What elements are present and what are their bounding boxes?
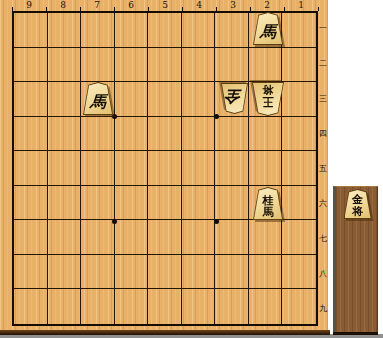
board-square[interactable]	[182, 151, 216, 186]
row-label: 四	[318, 116, 328, 151]
board-square[interactable]	[182, 82, 216, 117]
board-square[interactable]	[249, 255, 283, 290]
board-square[interactable]	[48, 13, 82, 48]
board-square[interactable]	[115, 289, 149, 324]
row-label: 二	[318, 46, 328, 81]
board-square[interactable]	[215, 255, 249, 290]
column-label: 6	[114, 0, 148, 10]
hoshi-dot	[214, 114, 219, 119]
board-square[interactable]	[182, 220, 216, 255]
row-label: 五	[318, 151, 328, 186]
shogi-board: 987654321一二三四五六七八九	[0, 0, 328, 330]
board-square[interactable]	[182, 48, 216, 83]
board-square[interactable]	[282, 289, 316, 324]
board-square[interactable]	[249, 48, 283, 83]
column-label: 1	[284, 0, 318, 10]
board-square[interactable]	[14, 186, 48, 221]
column-tick	[284, 7, 285, 11]
board-square[interactable]	[148, 255, 182, 290]
board-square[interactable]	[148, 48, 182, 83]
board-square[interactable]	[48, 117, 82, 152]
board-square[interactable]	[215, 151, 249, 186]
board-grid	[12, 11, 318, 326]
komadai-shadow	[333, 332, 378, 335]
board-square[interactable]	[282, 117, 316, 152]
board-square[interactable]	[81, 48, 115, 83]
board-square[interactable]	[282, 255, 316, 290]
row-label: 三	[318, 81, 328, 116]
board-square[interactable]	[249, 220, 283, 255]
board-square[interactable]	[14, 151, 48, 186]
shogi-piece-gold[interactable]: 金将	[344, 189, 372, 219]
board-square[interactable]	[282, 48, 316, 83]
shogi-piece-king[interactable]: 王将	[252, 82, 284, 116]
board-square[interactable]	[215, 117, 249, 152]
board-square[interactable]	[81, 13, 115, 48]
board-square[interactable]	[115, 82, 149, 117]
board-square[interactable]	[14, 82, 48, 117]
board-square[interactable]	[81, 289, 115, 324]
board-square[interactable]	[81, 255, 115, 290]
board-square[interactable]	[182, 255, 216, 290]
piece-kanji: 将	[263, 83, 274, 95]
column-label: 4	[182, 0, 216, 10]
board-square[interactable]	[48, 186, 82, 221]
board-square[interactable]	[115, 117, 149, 152]
shogi-piece-promoted-silver[interactable]: 全	[221, 83, 248, 114]
board-square[interactable]	[215, 289, 249, 324]
column-tick	[182, 7, 183, 11]
hoshi-dot	[112, 219, 117, 224]
board-square[interactable]	[215, 220, 249, 255]
board-square[interactable]	[48, 48, 82, 83]
board-square[interactable]	[249, 151, 283, 186]
column-tick	[216, 7, 217, 11]
piece-kanji: 馬	[263, 208, 274, 220]
board-square[interactable]	[81, 220, 115, 255]
board-shadow	[0, 330, 330, 335]
column-label: 2	[250, 0, 284, 10]
board-square[interactable]	[182, 186, 216, 221]
column-tick	[148, 7, 149, 11]
board-square[interactable]	[14, 255, 48, 290]
row-label: 七	[318, 221, 328, 256]
shogi-piece-horse-promoted-bishop[interactable]: 馬	[253, 12, 283, 45]
board-square[interactable]	[282, 151, 316, 186]
board-square[interactable]	[48, 220, 82, 255]
column-label: 3	[216, 0, 250, 10]
board-square[interactable]	[148, 151, 182, 186]
column-label: 9	[12, 0, 46, 10]
board-square[interactable]	[115, 220, 149, 255]
board-square[interactable]	[148, 82, 182, 117]
board-square[interactable]	[48, 255, 82, 290]
board-square[interactable]	[148, 220, 182, 255]
board-square[interactable]	[282, 82, 316, 117]
row-label: 六	[318, 186, 328, 221]
piece-kanji: 馬	[89, 93, 106, 114]
board-square[interactable]	[81, 151, 115, 186]
board-square[interactable]	[182, 289, 216, 324]
column-label: 8	[46, 0, 80, 10]
board-square[interactable]	[182, 13, 216, 48]
board-square[interactable]	[148, 186, 182, 221]
board-square[interactable]	[115, 255, 149, 290]
column-tick	[46, 7, 47, 11]
hoshi-dot	[214, 219, 219, 224]
board-square[interactable]	[48, 289, 82, 324]
board-square[interactable]	[14, 289, 48, 324]
piece-kanji: 将	[352, 207, 363, 219]
shogi-piece-knight[interactable]: 桂馬	[253, 187, 283, 220]
board-square[interactable]	[14, 220, 48, 255]
board-square[interactable]	[282, 220, 316, 255]
column-tick	[80, 7, 81, 11]
column-label: 5	[148, 0, 182, 10]
column-tick	[12, 7, 13, 11]
board-square[interactable]	[14, 13, 48, 48]
board-square[interactable]	[282, 186, 316, 221]
board-square[interactable]	[81, 117, 115, 152]
board-square[interactable]	[215, 186, 249, 221]
board-square[interactable]	[182, 117, 216, 152]
shogi-piece-horse-promoted-bishop[interactable]: 馬	[83, 82, 113, 115]
piece-kanji: 全	[225, 84, 242, 105]
piece-face: 全	[222, 84, 247, 113]
column-label: 7	[80, 0, 114, 10]
board-square[interactable]	[215, 13, 249, 48]
piece-kanji: 馬	[259, 23, 276, 44]
shogi-app: 987654321一二三四五六七八九 馬馬全王将桂馬金将	[0, 0, 383, 338]
board-square[interactable]	[48, 151, 82, 186]
board-square[interactable]	[249, 117, 283, 152]
board-square[interactable]	[215, 48, 249, 83]
column-tick	[114, 7, 115, 11]
board-square[interactable]	[148, 117, 182, 152]
row-label: 一	[318, 11, 328, 46]
board-square[interactable]	[81, 186, 115, 221]
row-label: 九	[318, 291, 328, 326]
board-square[interactable]	[148, 13, 182, 48]
board-square[interactable]	[282, 13, 316, 48]
board-square[interactable]	[115, 48, 149, 83]
board-square[interactable]	[48, 82, 82, 117]
column-tick	[250, 7, 251, 11]
board-square[interactable]	[249, 289, 283, 324]
board-square[interactable]	[14, 117, 48, 152]
board-square[interactable]	[148, 289, 182, 324]
board-square[interactable]	[115, 13, 149, 48]
board-square[interactable]	[14, 48, 48, 83]
board-square[interactable]	[115, 151, 149, 186]
board-square[interactable]	[115, 186, 149, 221]
row-label: 八	[318, 256, 328, 291]
